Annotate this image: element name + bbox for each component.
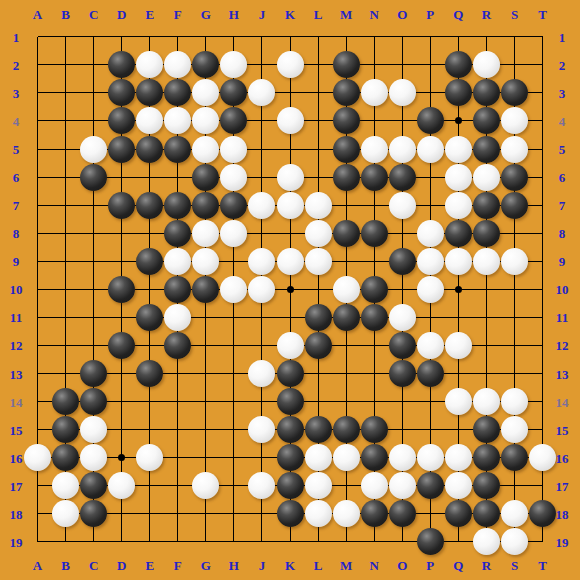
column-label-bottom-M: M bbox=[340, 559, 352, 572]
black-stone-Q8 bbox=[445, 220, 472, 247]
row-label-left-6: 6 bbox=[13, 171, 20, 184]
row-label-right-7: 7 bbox=[559, 199, 566, 212]
row-label-right-8: 8 bbox=[559, 227, 566, 240]
black-stone-D12 bbox=[108, 332, 135, 359]
column-label-bottom-L: L bbox=[314, 559, 323, 572]
row-label-left-14: 14 bbox=[10, 395, 23, 408]
black-stone-N15 bbox=[361, 416, 388, 443]
white-stone-Q16 bbox=[445, 444, 472, 471]
row-label-left-2: 2 bbox=[13, 58, 20, 71]
black-stone-E9 bbox=[136, 248, 163, 275]
black-stone-C6 bbox=[80, 164, 107, 191]
black-stone-M4 bbox=[333, 107, 360, 134]
white-stone-G8 bbox=[192, 220, 219, 247]
column-label-top-E: E bbox=[145, 8, 154, 21]
column-label-top-L: L bbox=[314, 8, 323, 21]
black-stone-O12 bbox=[389, 332, 416, 359]
row-label-left-9: 9 bbox=[13, 255, 20, 268]
black-stone-N8 bbox=[361, 220, 388, 247]
white-stone-L16 bbox=[305, 444, 332, 471]
white-stone-F9 bbox=[164, 248, 191, 275]
black-stone-D5 bbox=[108, 136, 135, 163]
white-stone-P12 bbox=[417, 332, 444, 359]
row-label-right-11: 11 bbox=[556, 311, 568, 324]
white-stone-Q6 bbox=[445, 164, 472, 191]
white-stone-L9 bbox=[305, 248, 332, 275]
white-stone-J7 bbox=[248, 192, 275, 219]
black-stone-N18 bbox=[361, 500, 388, 527]
black-stone-N16 bbox=[361, 444, 388, 471]
row-label-left-13: 13 bbox=[10, 367, 23, 380]
column-label-bottom-S: S bbox=[511, 559, 518, 572]
white-stone-N3 bbox=[361, 79, 388, 106]
row-label-right-12: 12 bbox=[556, 339, 569, 352]
column-label-top-G: G bbox=[201, 8, 211, 21]
white-stone-L8 bbox=[305, 220, 332, 247]
black-stone-S6 bbox=[501, 164, 528, 191]
column-label-bottom-R: R bbox=[482, 559, 491, 572]
white-stone-S15 bbox=[501, 416, 528, 443]
black-stone-M6 bbox=[333, 164, 360, 191]
black-stone-P13 bbox=[417, 360, 444, 387]
black-stone-E11 bbox=[136, 304, 163, 331]
column-label-top-A: A bbox=[33, 8, 42, 21]
column-label-bottom-T: T bbox=[538, 559, 547, 572]
star-point-K10 bbox=[287, 286, 294, 293]
column-label-bottom-A: A bbox=[33, 559, 42, 572]
white-stone-Q9 bbox=[445, 248, 472, 275]
column-label-bottom-H: H bbox=[229, 559, 239, 572]
white-stone-G9 bbox=[192, 248, 219, 275]
row-label-left-16: 16 bbox=[10, 451, 23, 464]
black-stone-M11 bbox=[333, 304, 360, 331]
white-stone-O7 bbox=[389, 192, 416, 219]
black-stone-O9 bbox=[389, 248, 416, 275]
white-stone-S14 bbox=[501, 388, 528, 415]
white-stone-L17 bbox=[305, 472, 332, 499]
column-label-top-O: O bbox=[397, 8, 407, 21]
row-label-right-18: 18 bbox=[556, 507, 569, 520]
white-stone-K12 bbox=[277, 332, 304, 359]
row-label-left-18: 18 bbox=[10, 507, 23, 520]
black-stone-E7 bbox=[136, 192, 163, 219]
row-label-right-2: 2 bbox=[559, 58, 566, 71]
black-stone-M15 bbox=[333, 416, 360, 443]
white-stone-K2 bbox=[277, 51, 304, 78]
column-label-bottom-E: E bbox=[145, 559, 154, 572]
black-stone-S16 bbox=[501, 444, 528, 471]
row-label-left-5: 5 bbox=[13, 143, 20, 156]
row-label-left-4: 4 bbox=[13, 114, 20, 127]
black-stone-K13 bbox=[277, 360, 304, 387]
row-label-left-12: 12 bbox=[10, 339, 23, 352]
row-label-left-11: 11 bbox=[10, 311, 22, 324]
black-stone-N10 bbox=[361, 276, 388, 303]
white-stone-S5 bbox=[501, 136, 528, 163]
column-label-bottom-P: P bbox=[426, 559, 434, 572]
go-board[interactable]: AABBCCDDEEFFGGHHJJKKLLMMNNOOPPQQRRSSTT11… bbox=[0, 0, 580, 580]
white-stone-N5 bbox=[361, 136, 388, 163]
white-stone-H6 bbox=[220, 164, 247, 191]
white-stone-K9 bbox=[277, 248, 304, 275]
white-stone-O3 bbox=[389, 79, 416, 106]
row-label-left-17: 17 bbox=[10, 479, 23, 492]
black-stone-S7 bbox=[501, 192, 528, 219]
black-stone-L15 bbox=[305, 416, 332, 443]
column-label-bottom-B: B bbox=[61, 559, 70, 572]
black-stone-M3 bbox=[333, 79, 360, 106]
black-stone-O13 bbox=[389, 360, 416, 387]
white-stone-R9 bbox=[473, 248, 500, 275]
row-label-right-15: 15 bbox=[556, 423, 569, 436]
white-stone-P5 bbox=[417, 136, 444, 163]
column-label-bottom-N: N bbox=[370, 559, 379, 572]
column-label-top-C: C bbox=[89, 8, 98, 21]
white-stone-Q12 bbox=[445, 332, 472, 359]
column-label-top-F: F bbox=[174, 8, 182, 21]
row-label-left-15: 15 bbox=[10, 423, 23, 436]
white-stone-R6 bbox=[473, 164, 500, 191]
row-label-left-7: 7 bbox=[13, 199, 20, 212]
white-stone-P10 bbox=[417, 276, 444, 303]
black-stone-R15 bbox=[473, 416, 500, 443]
white-stone-O5 bbox=[389, 136, 416, 163]
star-point-Q10 bbox=[455, 286, 462, 293]
white-stone-S9 bbox=[501, 248, 528, 275]
black-stone-G10 bbox=[192, 276, 219, 303]
row-label-left-8: 8 bbox=[13, 227, 20, 240]
row-label-right-17: 17 bbox=[556, 479, 569, 492]
column-label-top-J: J bbox=[259, 8, 266, 21]
row-label-right-6: 6 bbox=[559, 171, 566, 184]
black-stone-F5 bbox=[164, 136, 191, 163]
white-stone-K7 bbox=[277, 192, 304, 219]
column-label-top-Q: Q bbox=[453, 8, 463, 21]
black-stone-L11 bbox=[305, 304, 332, 331]
column-label-bottom-J: J bbox=[259, 559, 266, 572]
black-stone-K15 bbox=[277, 416, 304, 443]
row-label-right-14: 14 bbox=[556, 395, 569, 408]
white-stone-L18 bbox=[305, 500, 332, 527]
black-stone-K18 bbox=[277, 500, 304, 527]
white-stone-C5 bbox=[80, 136, 107, 163]
black-stone-P19 bbox=[417, 528, 444, 555]
black-stone-G7 bbox=[192, 192, 219, 219]
row-label-right-19: 19 bbox=[556, 535, 569, 548]
row-label-right-3: 3 bbox=[559, 86, 566, 99]
column-label-top-P: P bbox=[426, 8, 434, 21]
black-stone-G6 bbox=[192, 164, 219, 191]
white-stone-M18 bbox=[333, 500, 360, 527]
black-stone-F10 bbox=[164, 276, 191, 303]
white-stone-M10 bbox=[333, 276, 360, 303]
black-stone-K16 bbox=[277, 444, 304, 471]
column-label-bottom-F: F bbox=[174, 559, 182, 572]
black-stone-R17 bbox=[473, 472, 500, 499]
column-label-bottom-K: K bbox=[285, 559, 295, 572]
black-stone-K17 bbox=[277, 472, 304, 499]
black-stone-R5 bbox=[473, 136, 500, 163]
white-stone-H8 bbox=[220, 220, 247, 247]
column-label-bottom-Q: Q bbox=[453, 559, 463, 572]
column-label-top-T: T bbox=[538, 8, 547, 21]
row-label-right-13: 13 bbox=[556, 367, 569, 380]
black-stone-O18 bbox=[389, 500, 416, 527]
column-label-top-D: D bbox=[117, 8, 126, 21]
column-label-top-K: K bbox=[285, 8, 295, 21]
row-label-left-19: 19 bbox=[10, 535, 23, 548]
row-label-right-16: 16 bbox=[556, 451, 569, 464]
white-stone-M16 bbox=[333, 444, 360, 471]
black-stone-F7 bbox=[164, 192, 191, 219]
black-stone-Q18 bbox=[445, 500, 472, 527]
black-stone-M2 bbox=[333, 51, 360, 78]
column-label-bottom-D: D bbox=[117, 559, 126, 572]
white-stone-O17 bbox=[389, 472, 416, 499]
white-stone-O11 bbox=[389, 304, 416, 331]
row-label-left-3: 3 bbox=[13, 86, 20, 99]
white-stone-P16 bbox=[417, 444, 444, 471]
column-label-bottom-O: O bbox=[397, 559, 407, 572]
black-stone-N6 bbox=[361, 164, 388, 191]
grid-line-horizontal bbox=[38, 541, 543, 542]
white-stone-A16 bbox=[24, 444, 51, 471]
black-stone-M8 bbox=[333, 220, 360, 247]
black-stone-C14 bbox=[80, 388, 107, 415]
column-label-bottom-G: G bbox=[201, 559, 211, 572]
white-stone-O16 bbox=[389, 444, 416, 471]
black-stone-F8 bbox=[164, 220, 191, 247]
column-label-top-N: N bbox=[370, 8, 379, 21]
black-stone-P17 bbox=[417, 472, 444, 499]
white-stone-Q14 bbox=[445, 388, 472, 415]
white-stone-F11 bbox=[164, 304, 191, 331]
row-label-left-1: 1 bbox=[13, 30, 20, 43]
grid-line-horizontal bbox=[38, 317, 543, 318]
black-stone-E5 bbox=[136, 136, 163, 163]
black-stone-M5 bbox=[333, 136, 360, 163]
white-stone-Q5 bbox=[445, 136, 472, 163]
row-label-right-9: 9 bbox=[559, 255, 566, 268]
row-label-right-5: 5 bbox=[559, 143, 566, 156]
column-label-top-R: R bbox=[482, 8, 491, 21]
black-stone-D10 bbox=[108, 276, 135, 303]
black-stone-L12 bbox=[305, 332, 332, 359]
black-stone-D7 bbox=[108, 192, 135, 219]
column-label-top-H: H bbox=[229, 8, 239, 21]
black-stone-O6 bbox=[389, 164, 416, 191]
white-stone-Q17 bbox=[445, 472, 472, 499]
white-stone-P9 bbox=[417, 248, 444, 275]
black-stone-B15 bbox=[52, 416, 79, 443]
black-stone-N11 bbox=[361, 304, 388, 331]
white-stone-N17 bbox=[361, 472, 388, 499]
black-stone-B14 bbox=[52, 388, 79, 415]
white-stone-G5 bbox=[192, 136, 219, 163]
black-stone-C13 bbox=[80, 360, 107, 387]
column-label-bottom-C: C bbox=[89, 559, 98, 572]
white-stone-Q7 bbox=[445, 192, 472, 219]
black-stone-R16 bbox=[473, 444, 500, 471]
black-stone-K14 bbox=[277, 388, 304, 415]
column-label-top-M: M bbox=[340, 8, 352, 21]
black-stone-R7 bbox=[473, 192, 500, 219]
white-stone-L7 bbox=[305, 192, 332, 219]
white-stone-K4 bbox=[277, 107, 304, 134]
row-label-right-1: 1 bbox=[559, 30, 566, 43]
black-stone-H7 bbox=[220, 192, 247, 219]
row-label-right-10: 10 bbox=[556, 283, 569, 296]
column-label-top-B: B bbox=[61, 8, 70, 21]
row-label-left-10: 10 bbox=[10, 283, 23, 296]
white-stone-H5 bbox=[220, 136, 247, 163]
column-label-top-S: S bbox=[511, 8, 518, 21]
white-stone-R14 bbox=[473, 388, 500, 415]
black-stone-R8 bbox=[473, 220, 500, 247]
white-stone-K6 bbox=[277, 164, 304, 191]
row-label-right-4: 4 bbox=[559, 114, 566, 127]
white-stone-P8 bbox=[417, 220, 444, 247]
